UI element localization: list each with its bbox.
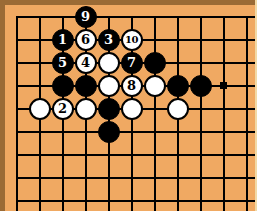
intersection [189, 120, 212, 143]
white-stone [121, 98, 143, 120]
intersection [97, 51, 120, 74]
white-stone: 10 [121, 29, 143, 51]
intersection [189, 28, 212, 51]
intersection [120, 97, 143, 120]
intersection [97, 74, 120, 97]
black-stone [98, 121, 120, 143]
go-board: 91631054782 [5, 5, 255, 211]
intersection [235, 143, 255, 166]
intersection [28, 5, 51, 28]
black-stone [144, 52, 166, 74]
intersection [74, 166, 97, 189]
white-stone: 8 [121, 75, 143, 97]
black-stone [190, 75, 212, 97]
intersection [143, 74, 166, 97]
black-stone: 1 [52, 29, 74, 51]
intersection: 2 [51, 97, 74, 120]
intersection: 1 [51, 28, 74, 51]
white-stone [29, 98, 51, 120]
black-stone [75, 75, 97, 97]
intersection [212, 5, 235, 28]
black-stone [52, 75, 74, 97]
intersection [51, 143, 74, 166]
intersection [166, 5, 189, 28]
move-number: 1 [58, 33, 67, 46]
intersection [28, 97, 51, 120]
white-stone: 4 [75, 52, 97, 74]
black-stone: 5 [52, 52, 74, 74]
move-number: 8 [127, 79, 136, 92]
intersection [51, 5, 74, 28]
intersection [212, 51, 235, 74]
intersection [166, 166, 189, 189]
white-stone [98, 52, 120, 74]
intersection: 3 [97, 28, 120, 51]
black-stone [167, 75, 189, 97]
black-stone: 7 [121, 52, 143, 74]
intersection [166, 143, 189, 166]
intersection: 4 [74, 51, 97, 74]
intersection [212, 166, 235, 189]
black-stone: 3 [98, 29, 120, 51]
white-stone [144, 75, 166, 97]
move-number: 7 [127, 56, 136, 69]
intersection [28, 189, 51, 211]
move-number: 2 [58, 102, 67, 115]
intersection [189, 143, 212, 166]
intersection [28, 143, 51, 166]
intersection [143, 5, 166, 28]
intersection [166, 189, 189, 211]
intersection [212, 189, 235, 211]
white-stone [167, 98, 189, 120]
intersection [120, 166, 143, 189]
intersection [97, 5, 120, 28]
intersection [143, 166, 166, 189]
intersection [97, 189, 120, 211]
intersection [97, 166, 120, 189]
intersection [28, 51, 51, 74]
intersection [166, 120, 189, 143]
intersection [5, 5, 28, 28]
intersection [143, 143, 166, 166]
intersection [51, 166, 74, 189]
intersection [74, 97, 97, 120]
intersection [212, 97, 235, 120]
board-frame: 91631054782 [0, 0, 257, 211]
intersection [5, 74, 28, 97]
intersection [189, 189, 212, 211]
intersection [189, 5, 212, 28]
intersection [97, 120, 120, 143]
white-stone [75, 98, 97, 120]
intersection [5, 28, 28, 51]
intersection [74, 120, 97, 143]
intersection [120, 120, 143, 143]
move-number: 5 [58, 56, 67, 69]
intersection [212, 143, 235, 166]
intersection [189, 51, 212, 74]
move-number: 4 [81, 56, 90, 69]
intersection [235, 97, 255, 120]
intersection [166, 97, 189, 120]
white-stone [98, 75, 120, 97]
intersection [235, 51, 255, 74]
intersection [235, 166, 255, 189]
intersection [212, 120, 235, 143]
intersection [166, 74, 189, 97]
star-point [220, 82, 227, 89]
white-stone: 6 [75, 29, 97, 51]
intersection [143, 28, 166, 51]
intersection [5, 51, 28, 74]
intersection [120, 5, 143, 28]
intersection: 9 [74, 5, 97, 28]
intersection [166, 51, 189, 74]
intersection [189, 166, 212, 189]
intersection [235, 5, 255, 28]
intersection [166, 28, 189, 51]
intersection [97, 97, 120, 120]
intersection [235, 120, 255, 143]
intersection [143, 51, 166, 74]
intersection [235, 28, 255, 51]
black-stone: 9 [75, 6, 97, 28]
intersection [212, 28, 235, 51]
intersection [28, 74, 51, 97]
intersection [143, 189, 166, 211]
intersection [74, 189, 97, 211]
intersection [28, 120, 51, 143]
intersection [120, 189, 143, 211]
intersection [143, 120, 166, 143]
white-stone: 2 [52, 98, 74, 120]
intersection [189, 74, 212, 97]
intersection [51, 74, 74, 97]
move-number: 9 [81, 10, 90, 23]
intersection [189, 97, 212, 120]
intersection [235, 74, 255, 97]
intersection [28, 166, 51, 189]
intersection: 8 [120, 74, 143, 97]
intersection: 6 [74, 28, 97, 51]
intersection [5, 166, 28, 189]
intersection [143, 97, 166, 120]
intersection: 10 [120, 28, 143, 51]
intersection [74, 143, 97, 166]
move-number: 3 [104, 33, 113, 46]
intersection [51, 189, 74, 211]
intersection [5, 97, 28, 120]
intersection [120, 143, 143, 166]
intersection: 5 [51, 51, 74, 74]
move-number: 6 [81, 33, 90, 46]
intersection [5, 143, 28, 166]
intersection [5, 189, 28, 211]
move-number: 10 [125, 35, 138, 45]
intersection [97, 143, 120, 166]
intersection [235, 189, 255, 211]
intersection: 7 [120, 51, 143, 74]
intersection [51, 120, 74, 143]
intersection [28, 28, 51, 51]
intersection [74, 74, 97, 97]
black-stone [98, 98, 120, 120]
intersection [5, 120, 28, 143]
intersection [212, 74, 235, 97]
